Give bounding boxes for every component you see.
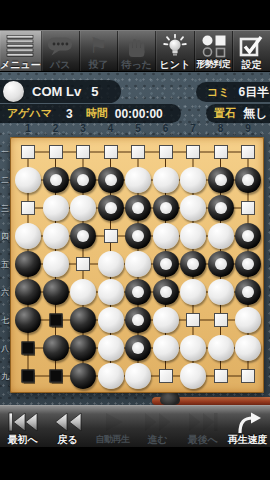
skip-to-end-button[interactable]: 最後へ — [180, 406, 225, 447]
white-stone[interactable] — [235, 335, 261, 361]
step-back-label: 戻る — [57, 434, 77, 445]
black-stone[interactable] — [70, 335, 96, 361]
handicap-value: 無し — [243, 105, 267, 122]
white-territory-marker — [104, 229, 118, 243]
white-territory-marker — [104, 145, 118, 159]
white-stone[interactable] — [15, 167, 41, 193]
komi-label: コミ — [207, 85, 230, 100]
row-label: 六 — [1, 287, 9, 298]
skip-to-start-button[interactable]: 最初へ — [0, 406, 45, 447]
black-territory-marker — [22, 342, 35, 355]
black-stone[interactable] — [43, 279, 69, 305]
column-label: 7 — [190, 123, 196, 134]
checkbox-check-icon — [238, 33, 264, 59]
dead-black-stone[interactable] — [70, 167, 96, 193]
autoplay-button[interactable]: 自動再生 — [90, 406, 135, 447]
dead-black-stone[interactable] — [98, 167, 124, 193]
white-territory-marker — [186, 313, 200, 327]
white-territory-marker — [214, 369, 228, 383]
white-territory-marker — [159, 369, 173, 383]
white-stone[interactable] — [180, 335, 206, 361]
replay-speed-icon — [233, 410, 263, 434]
komi-value: 6目半 — [239, 84, 270, 101]
row-label: 八 — [1, 343, 9, 354]
step-forward-button[interactable]: 進む — [135, 406, 180, 447]
white-stone[interactable] — [125, 251, 151, 277]
white-stone[interactable] — [98, 251, 124, 277]
player-info-pill: COM Lv 5 — [0, 80, 121, 103]
white-stone[interactable] — [153, 307, 179, 333]
white-stone[interactable] — [125, 363, 151, 389]
black-stone[interactable] — [15, 251, 41, 277]
dead-black-stone[interactable] — [70, 223, 96, 249]
white-territory-marker — [76, 257, 90, 271]
dead-black-stone[interactable] — [208, 251, 234, 277]
player-label: COM Lv — [32, 84, 81, 99]
app-screen: メニュー パス ⚑ 投了 待った — [0, 0, 270, 480]
white-stone[interactable] — [208, 279, 234, 305]
dead-black-stone[interactable] — [235, 223, 261, 249]
dead-black-stone[interactable] — [208, 195, 234, 221]
white-stone[interactable] — [153, 335, 179, 361]
menu-label: メニュー — [0, 59, 41, 70]
undo-label: 待った — [122, 59, 152, 70]
replay-speed-button[interactable]: 再生速度 — [225, 406, 270, 447]
dead-black-stone[interactable] — [98, 195, 124, 221]
pass-label: パス — [50, 59, 70, 70]
fast-forward-icon — [141, 410, 175, 434]
dead-black-stone[interactable] — [235, 251, 261, 277]
handicap-pill: 置石 無し — [206, 104, 270, 123]
white-stone[interactable] — [208, 223, 234, 249]
dead-black-stone[interactable] — [125, 195, 151, 221]
white-stone[interactable] — [208, 335, 234, 361]
rewind-icon — [51, 410, 85, 434]
hint-label: ヒント — [160, 59, 191, 70]
dead-black-stone[interactable] — [125, 307, 151, 333]
row-label: 三 — [1, 203, 9, 214]
dead-black-stone[interactable] — [125, 279, 151, 305]
time-value: 00:00:00 — [115, 107, 163, 121]
speech-bubble-icon — [47, 33, 73, 59]
white-territory-marker — [214, 313, 228, 327]
white-stone[interactable] — [98, 279, 124, 305]
shapes-icon — [201, 33, 226, 59]
white-stone[interactable] — [153, 167, 179, 193]
dead-black-stone[interactable] — [43, 167, 69, 193]
skip-to-start-icon — [6, 410, 40, 434]
dead-black-stone[interactable] — [153, 279, 179, 305]
position-judgement-button[interactable]: 形勢判定 — [195, 31, 233, 71]
settings-button[interactable]: 設定 — [233, 31, 270, 71]
white-stone-icon — [3, 81, 24, 102]
white-territory-marker — [159, 145, 173, 159]
black-territory-marker — [22, 370, 35, 383]
white-stone[interactable] — [15, 223, 41, 249]
white-stone[interactable] — [70, 195, 96, 221]
dead-black-stone[interactable] — [208, 167, 234, 193]
dead-black-stone[interactable] — [235, 279, 261, 305]
lightbulb-icon — [162, 33, 188, 59]
row-label: 五 — [1, 259, 9, 270]
white-stone[interactable] — [98, 307, 124, 333]
white-territory-marker — [186, 145, 200, 159]
top-toolbar: メニュー パス ⚑ 投了 待った — [0, 30, 270, 72]
white-territory-marker — [76, 145, 90, 159]
white-territory-marker — [241, 369, 255, 383]
column-label: 6 — [163, 123, 169, 134]
player-level-value: 5 — [91, 84, 98, 99]
white-stone[interactable] — [180, 279, 206, 305]
dead-black-stone[interactable] — [180, 251, 206, 277]
white-stone[interactable] — [153, 223, 179, 249]
flag-icon: ⚑ — [89, 33, 108, 59]
white-stone[interactable] — [235, 307, 261, 333]
white-stone[interactable] — [70, 279, 96, 305]
resign-button[interactable]: ⚑ 投了 — [80, 31, 118, 71]
menu-icon — [6, 33, 34, 59]
row-label: 七 — [1, 315, 9, 326]
column-label: 3 — [80, 123, 86, 134]
autoplay-label: 自動再生 — [96, 434, 130, 445]
captures-label: アゲハマ — [7, 106, 52, 121]
hand-icon — [126, 33, 148, 59]
white-territory-marker — [21, 145, 35, 159]
go-board[interactable] — [10, 137, 264, 393]
pass-button[interactable]: パス — [42, 31, 80, 71]
white-territory-marker — [131, 145, 145, 159]
column-coordinates: 123456789 — [0, 123, 270, 136]
column-label: 5 — [135, 123, 141, 134]
row-label: 二 — [1, 175, 9, 186]
white-stone[interactable] — [98, 363, 124, 389]
dead-black-stone[interactable] — [235, 167, 261, 193]
position-judgement-label: 形勢判定 — [196, 59, 230, 70]
white-territory-marker — [241, 201, 255, 215]
white-stone[interactable] — [180, 195, 206, 221]
replay-speed-label: 再生速度 — [228, 434, 268, 445]
black-territory-marker — [49, 314, 62, 327]
dead-black-stone[interactable] — [125, 335, 151, 361]
white-territory-marker — [21, 201, 35, 215]
column-label: 8 — [218, 123, 224, 134]
undo-button[interactable]: 待った — [118, 31, 156, 71]
white-stone[interactable] — [125, 167, 151, 193]
hint-button[interactable]: ヒント — [156, 31, 194, 71]
black-stone[interactable] — [70, 307, 96, 333]
column-label: 9 — [245, 123, 251, 134]
white-stone[interactable] — [180, 363, 206, 389]
row-label: 九 — [1, 371, 9, 382]
skip-to-end-icon — [186, 410, 220, 434]
komi-pill: コミ 6目半 — [196, 82, 270, 102]
white-stone[interactable] — [98, 335, 124, 361]
handicap-label: 置石 — [214, 106, 236, 121]
row-label: 一 — [1, 147, 9, 158]
white-territory-marker — [49, 145, 63, 159]
black-stone[interactable] — [43, 335, 69, 361]
time-label: 時間 — [86, 106, 108, 121]
black-stone[interactable] — [15, 279, 41, 305]
white-territory-marker — [241, 145, 255, 159]
white-territory-marker — [214, 145, 228, 159]
white-stone[interactable] — [43, 251, 69, 277]
menu-button[interactable]: メニュー — [0, 31, 42, 71]
column-label: 4 — [108, 123, 114, 134]
black-stone[interactable] — [15, 307, 41, 333]
black-territory-marker — [49, 370, 62, 383]
column-label: 1 — [25, 123, 31, 134]
settings-label: 設定 — [241, 59, 261, 70]
column-label: 2 — [53, 123, 59, 134]
black-stone[interactable] — [70, 363, 96, 389]
dead-black-stone[interactable] — [125, 223, 151, 249]
dead-black-stone[interactable] — [153, 195, 179, 221]
skip-to-start-label: 最初へ — [7, 434, 37, 445]
resign-label: 投了 — [89, 59, 109, 70]
captures-time-pill: アゲハマ 3 時間 00:00:00 — [0, 104, 181, 123]
white-stone[interactable] — [43, 223, 69, 249]
row-label: 四 — [1, 231, 9, 242]
dead-black-stone[interactable] — [153, 251, 179, 277]
play-icon — [96, 410, 130, 434]
white-stone[interactable] — [43, 195, 69, 221]
white-stone[interactable] — [180, 167, 206, 193]
bottom-toolbar: 最初へ 戻る 自動再生 進む — [0, 405, 270, 447]
skip-to-end-label: 最後へ — [187, 434, 217, 445]
step-forward-label: 進む — [147, 434, 167, 445]
captures-value: 3 — [66, 107, 73, 121]
white-stone[interactable] — [180, 223, 206, 249]
step-back-button[interactable]: 戻る — [45, 406, 90, 447]
